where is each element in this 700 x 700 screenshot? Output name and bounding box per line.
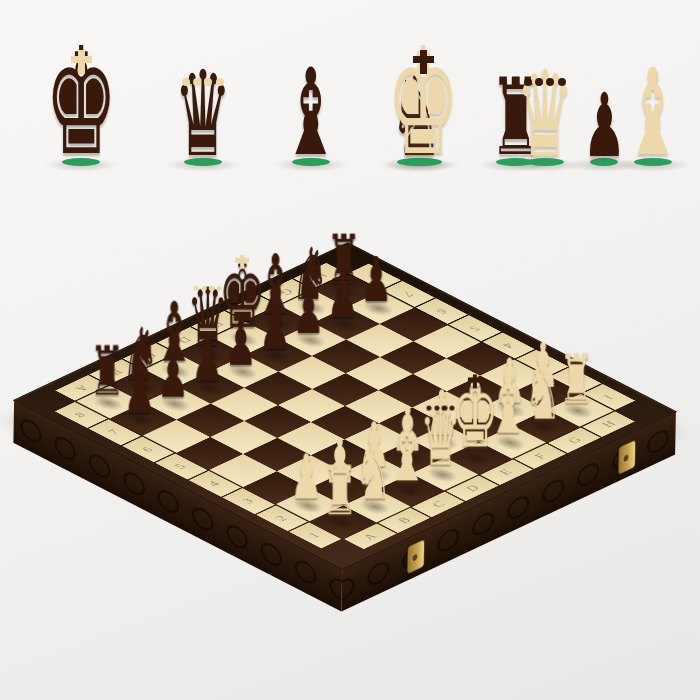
queen-crown-balls [182, 78, 224, 86]
crown-ball [546, 78, 554, 86]
king-cross-finial [78, 50, 85, 74]
king-cross-finial [420, 50, 427, 74]
display-piece-dark-bishop: ♝ [256, 65, 366, 170]
chess-set-photo: ♚♛♝♞♜♟ ♚♛♝♞♜♟ 87654321 87654321 HGFEDCBA… [0, 0, 700, 700]
king-cross-finial [473, 374, 478, 389]
brass-clasp [407, 539, 425, 575]
crown-ball [202, 286, 207, 291]
crown-ball [209, 286, 214, 291]
king-cross-finial [240, 254, 245, 269]
pawn-glyph: ♟ [124, 361, 156, 423]
queen-crown-balls [194, 286, 222, 291]
crown-ball [204, 78, 212, 86]
crown-ball [558, 78, 566, 86]
display-piece-light-king: ♚ [356, 43, 491, 170]
crown-ball [193, 78, 201, 86]
display-piece-dark-king: ♚ [14, 43, 149, 170]
crown-ball [182, 78, 190, 86]
display-piece-light-bishop: ♝ [598, 65, 700, 170]
queen-crown-balls [524, 78, 566, 86]
crown-ball [450, 406, 455, 411]
crown-ball [524, 78, 532, 86]
crown-ball [217, 286, 222, 291]
dark-piece-group: ♚♛♝♞♜♟ [14, 43, 340, 170]
display-piece-dark-queen: ♛ [149, 67, 257, 170]
chess-board: 87654321 87654321 HGFEDCBA HGFEDCBA ♜♟♟♜… [13, 242, 678, 569]
bishop-glyph: ♝ [624, 65, 683, 161]
brass-clasp [618, 439, 636, 475]
bishop-glyph: ♝ [282, 65, 341, 161]
crown-ball [435, 406, 440, 411]
rook-glyph: ♜ [322, 457, 357, 525]
square-a6 [143, 420, 210, 453]
crown-ball [442, 406, 447, 411]
display-piece-light-queen: ♛ [491, 67, 599, 170]
crown-ball [216, 78, 224, 86]
light-piece-group: ♚♛♝♞♜♟ [356, 43, 686, 170]
queen-crown-balls [427, 406, 455, 411]
crown-ball [535, 78, 543, 86]
